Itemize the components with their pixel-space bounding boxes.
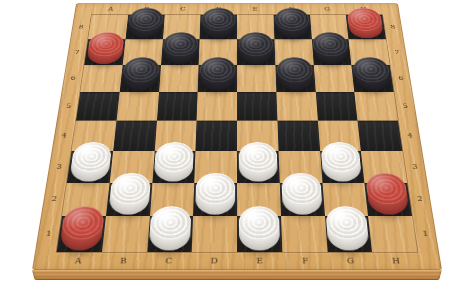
file-label-bottom-g: G xyxy=(347,257,355,264)
checkers-board: AABBCCDDEEFFGGHH8877665544332211 xyxy=(32,3,442,270)
square-d5[interactable] xyxy=(197,92,237,121)
square-b1[interactable] xyxy=(102,216,150,252)
board-front-edge xyxy=(32,270,442,280)
square-c6[interactable] xyxy=(159,65,199,92)
file-label-top-a: A xyxy=(108,7,114,12)
square-f1[interactable] xyxy=(281,216,327,252)
piece-black-e7[interactable] xyxy=(239,32,274,55)
square-b5[interactable] xyxy=(116,92,158,121)
square-d1[interactable] xyxy=(192,216,237,252)
rank-label-right-1: 1 xyxy=(422,230,429,237)
square-f4[interactable] xyxy=(277,121,319,151)
rank-label-right-3: 3 xyxy=(412,163,418,169)
scene: AABBCCDDEEFFGGHH8877665544332211 xyxy=(0,0,474,284)
rank-label-left-5: 5 xyxy=(66,103,72,109)
rank-label-left-4: 4 xyxy=(61,132,67,138)
file-label-bottom-d: D xyxy=(211,257,218,264)
square-b4[interactable] xyxy=(113,121,157,151)
rank-label-left-2: 2 xyxy=(51,196,57,203)
file-label-bottom-f: F xyxy=(302,257,309,264)
file-label-bottom-a: A xyxy=(74,257,81,264)
square-a5[interactable] xyxy=(76,92,119,121)
square-d4[interactable] xyxy=(196,121,237,151)
file-label-bottom-c: C xyxy=(165,257,172,264)
square-g6[interactable] xyxy=(313,65,354,92)
rank-label-right-7: 7 xyxy=(394,49,400,54)
square-a6[interactable] xyxy=(80,65,122,92)
piece-black-d8[interactable] xyxy=(202,8,236,30)
rank-label-left-1: 1 xyxy=(45,230,52,237)
rank-label-right-8: 8 xyxy=(390,24,395,29)
rank-label-left-3: 3 xyxy=(56,163,62,169)
square-h5[interactable] xyxy=(355,92,398,121)
square-e6[interactable] xyxy=(237,65,276,92)
square-g5[interactable] xyxy=(315,92,357,121)
piece-white-e1[interactable] xyxy=(239,206,280,238)
file-label-bottom-h: H xyxy=(392,257,401,264)
square-h1[interactable] xyxy=(368,216,417,252)
rank-label-right-5: 5 xyxy=(402,103,408,109)
square-h4[interactable] xyxy=(358,121,403,151)
rank-label-left-8: 8 xyxy=(78,24,83,29)
square-f5[interactable] xyxy=(276,92,317,121)
file-label-top-e: E xyxy=(252,7,257,12)
piece-black-f8[interactable] xyxy=(275,8,310,30)
square-c5[interactable] xyxy=(157,92,198,121)
rank-label-left-7: 7 xyxy=(74,49,80,54)
rank-label-right-6: 6 xyxy=(398,76,404,81)
file-label-bottom-e: E xyxy=(256,257,263,264)
file-label-top-g: G xyxy=(324,7,330,12)
rank-label-left-6: 6 xyxy=(70,76,76,81)
square-e5[interactable] xyxy=(237,92,277,121)
rank-label-right-2: 2 xyxy=(417,196,423,203)
piece-white-e3[interactable] xyxy=(239,142,278,171)
file-label-bottom-b: B xyxy=(120,257,127,264)
file-label-top-c: C xyxy=(180,7,186,12)
rank-label-right-4: 4 xyxy=(407,132,413,138)
